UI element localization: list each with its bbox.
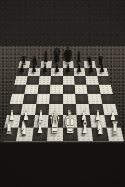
- square-b4: [23, 94, 37, 104]
- square-h5: [99, 84, 113, 93]
- square-d3: [49, 104, 63, 115]
- square-c1: [32, 127, 48, 141]
- square-h8: [94, 61, 106, 68]
- square-f5: [75, 84, 88, 93]
- square-f6: [74, 76, 87, 84]
- square-f2: [76, 115, 91, 127]
- square-d4: [49, 94, 62, 104]
- square-c3: [35, 104, 49, 115]
- square-c2: [33, 115, 48, 127]
- square-c4: [36, 94, 50, 104]
- square-h7: [96, 68, 109, 76]
- square-e2: [63, 115, 78, 127]
- square-d8: [51, 61, 62, 68]
- square-d7: [51, 68, 63, 76]
- square-b1: [16, 127, 33, 141]
- chessboard-photo: ♜♞♝♛♚♝♞♜♟♟♟♟♟♟♟♟♟♟♟♟♟♟♟♟♜♞♝♛♚♝♞♜: [0, 0, 125, 187]
- square-e7: [63, 68, 75, 76]
- square-c5: [37, 84, 50, 93]
- square-b3: [21, 104, 36, 115]
- square-e5: [63, 84, 76, 93]
- square-e8: [63, 61, 74, 68]
- board-scene: [1, 61, 124, 141]
- square-b5: [25, 84, 39, 93]
- square-e3: [63, 104, 77, 115]
- square-d5: [50, 84, 63, 93]
- square-e1: [63, 127, 78, 141]
- square-f4: [75, 94, 89, 104]
- square-h6: [97, 76, 111, 84]
- square-e6: [63, 76, 75, 84]
- square-b2: [19, 115, 35, 127]
- square-h3: [102, 104, 118, 115]
- square-e4: [63, 94, 76, 104]
- background-top: [0, 0, 125, 46]
- square-d2: [48, 115, 63, 127]
- square-f7: [74, 68, 86, 76]
- chess-board: [1, 61, 124, 141]
- square-h4: [100, 94, 115, 104]
- square-c6: [38, 76, 51, 84]
- square-h1: [106, 127, 124, 141]
- square-d6: [50, 76, 62, 84]
- square-h2: [104, 115, 121, 127]
- square-f8: [73, 61, 84, 68]
- square-f1: [77, 127, 93, 141]
- square-d1: [47, 127, 62, 141]
- square-f3: [76, 104, 90, 115]
- square-c7: [39, 68, 51, 76]
- square-c8: [40, 61, 51, 68]
